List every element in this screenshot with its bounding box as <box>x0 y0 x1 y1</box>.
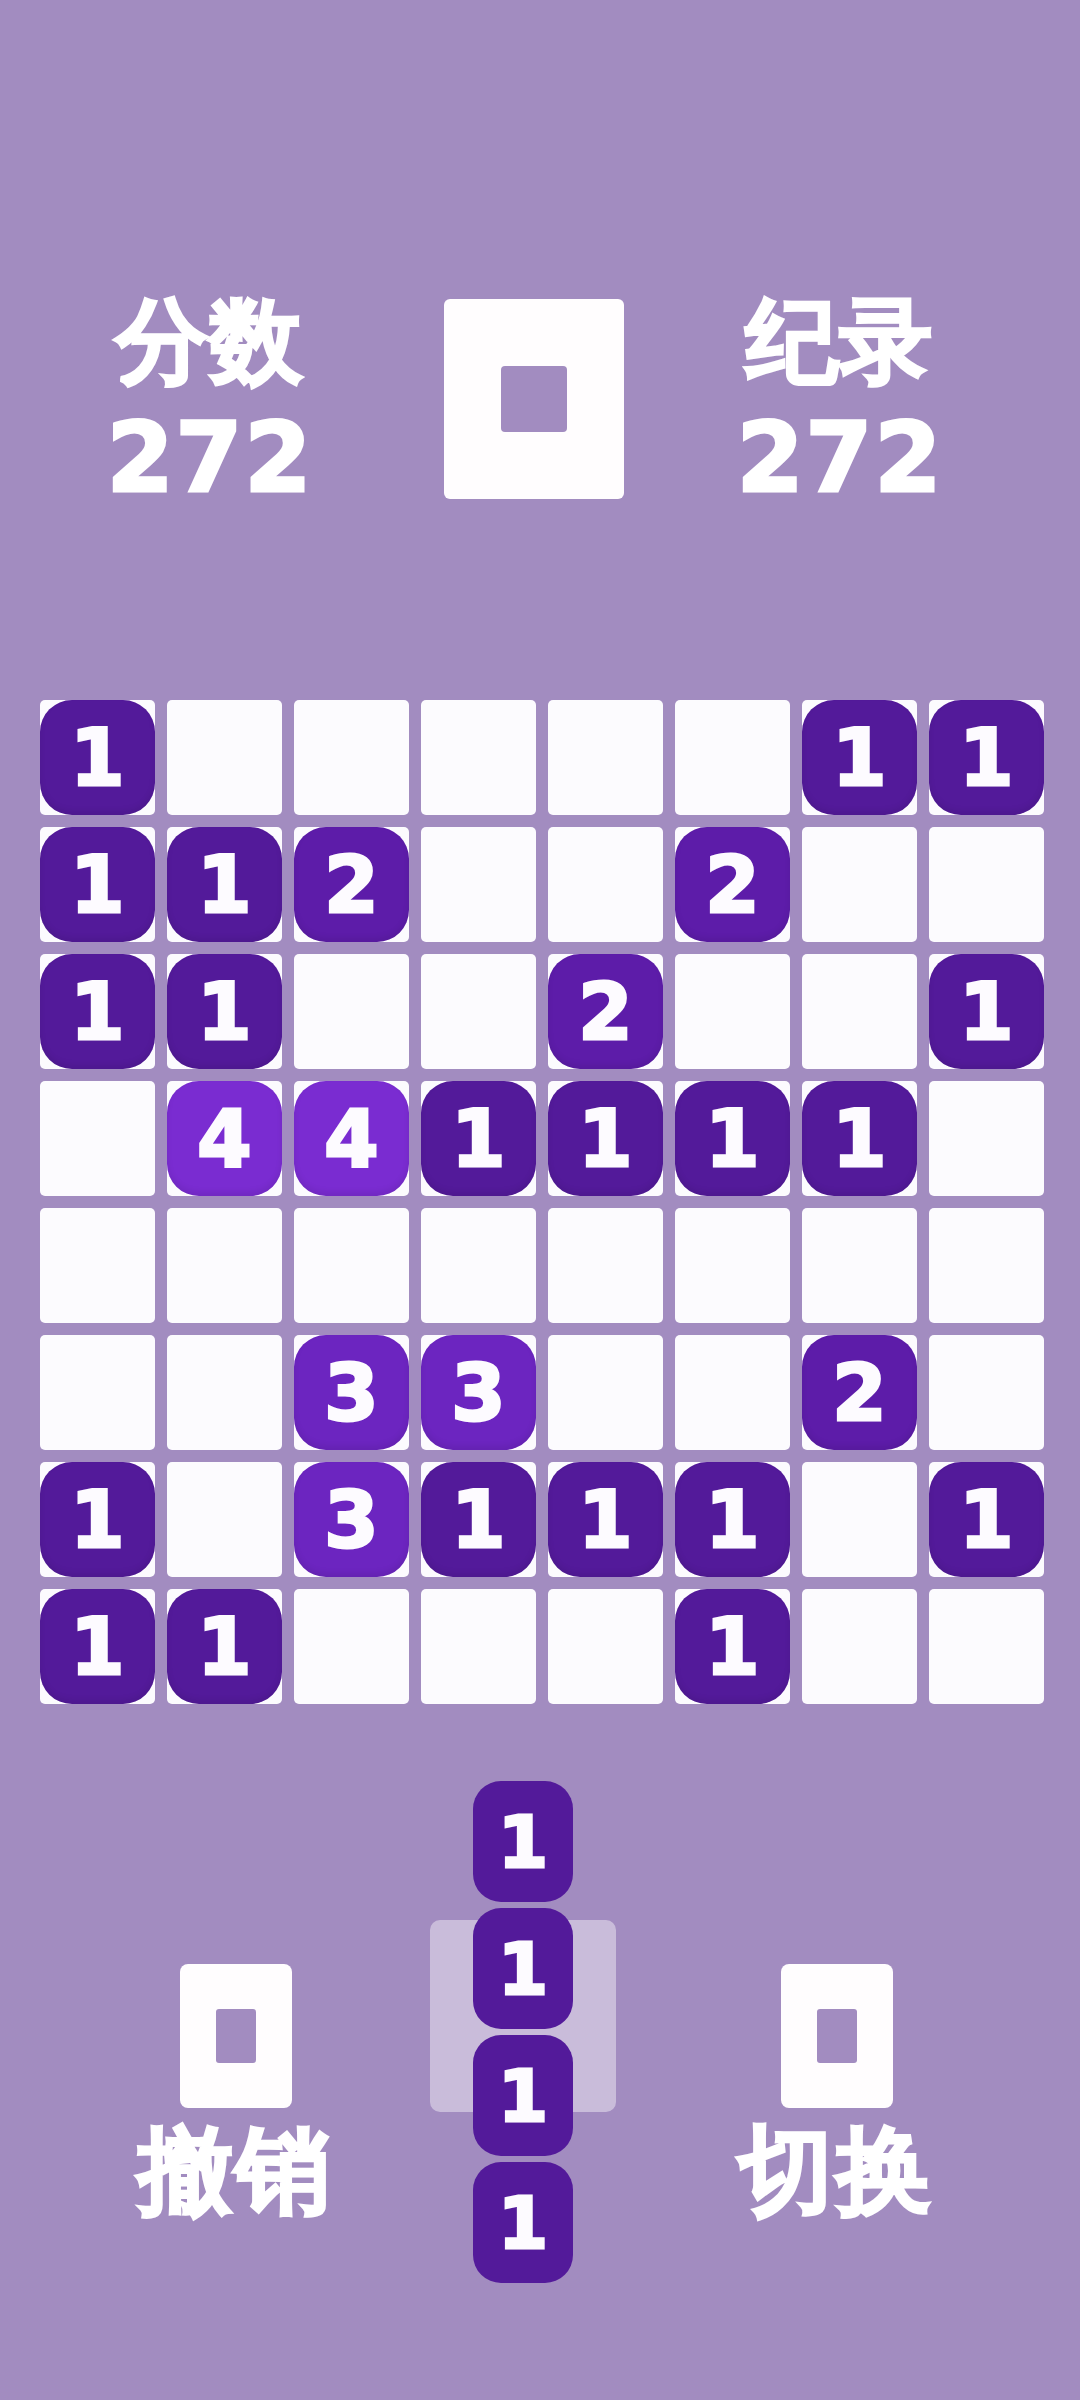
grid-cell[interactable] <box>675 1208 790 1323</box>
grid-cell[interactable] <box>421 1208 536 1323</box>
grid-cell[interactable]: 1 <box>929 700 1044 815</box>
piece-tile-1[interactable]: 1 <box>473 2035 573 2156</box>
tile-1[interactable]: 1 <box>40 700 155 815</box>
undo-icon[interactable] <box>180 1964 292 2108</box>
grid-cell[interactable]: 4 <box>167 1081 282 1196</box>
grid-cell[interactable]: 2 <box>548 954 663 1069</box>
tile-1[interactable]: 1 <box>40 827 155 942</box>
tile-1[interactable]: 1 <box>167 1589 282 1704</box>
grid-cell[interactable]: 3 <box>294 1335 409 1450</box>
tile-3[interactable]: 3 <box>294 1335 409 1450</box>
grid-cell[interactable]: 1 <box>40 1462 155 1577</box>
tile-1[interactable]: 1 <box>675 1081 790 1196</box>
grid-cell[interactable] <box>929 1589 1044 1704</box>
tile-1[interactable]: 1 <box>802 1081 917 1196</box>
tile-1[interactable]: 1 <box>548 1081 663 1196</box>
tile-3[interactable]: 3 <box>294 1462 409 1577</box>
grid-cell[interactable] <box>929 1208 1044 1323</box>
tile-1[interactable]: 1 <box>40 1589 155 1704</box>
tile-2[interactable]: 2 <box>294 827 409 942</box>
grid-cell[interactable] <box>929 827 1044 942</box>
piece-tile-1[interactable]: 1 <box>473 1908 573 2029</box>
grid-cell[interactable]: 1 <box>421 1081 536 1196</box>
undo-icon-hole <box>216 2009 256 2063</box>
tile-4[interactable]: 4 <box>294 1081 409 1196</box>
grid-cell[interactable]: 4 <box>294 1081 409 1196</box>
grid-cell[interactable] <box>40 1335 155 1450</box>
grid-cell[interactable] <box>802 1589 917 1704</box>
grid-cell[interactable] <box>40 1208 155 1323</box>
record-value: 272 <box>680 406 1000 510</box>
grid-cell[interactable] <box>548 700 663 815</box>
grid-cell[interactable] <box>675 954 790 1069</box>
grid-cell[interactable]: 1 <box>167 1589 282 1704</box>
app-logo-icon <box>444 299 624 499</box>
grid-cell[interactable] <box>802 827 917 942</box>
grid-cell[interactable]: 1 <box>675 1081 790 1196</box>
tile-3[interactable]: 3 <box>421 1335 536 1450</box>
app-logo-hole <box>501 366 567 432</box>
grid-cell[interactable] <box>675 1335 790 1450</box>
board: 11111221121441111332131111111 <box>40 700 1044 1704</box>
grid-cell[interactable] <box>548 1589 663 1704</box>
piece-tile-1[interactable]: 1 <box>473 2162 573 2283</box>
grid-cell[interactable]: 1 <box>548 1081 663 1196</box>
record-label: 纪录 <box>680 292 1000 392</box>
grid-cell[interactable] <box>294 954 409 1069</box>
grid-cell[interactable] <box>167 1208 282 1323</box>
grid-cell[interactable] <box>294 1589 409 1704</box>
tile-1[interactable]: 1 <box>802 700 917 815</box>
grid-cell[interactable] <box>802 954 917 1069</box>
grid-cell[interactable] <box>548 1208 663 1323</box>
grid-cell[interactable] <box>294 700 409 815</box>
grid-cell[interactable] <box>548 1335 663 1450</box>
tile-2[interactable]: 2 <box>548 954 663 1069</box>
grid-cell[interactable] <box>167 1462 282 1577</box>
piece-tile-1[interactable]: 1 <box>473 1781 573 1902</box>
tile-1[interactable]: 1 <box>40 1462 155 1577</box>
grid-cell[interactable] <box>167 700 282 815</box>
tile-1[interactable]: 1 <box>167 954 282 1069</box>
tile-2[interactable]: 2 <box>675 827 790 942</box>
grid-cell[interactable] <box>929 1335 1044 1450</box>
grid-cell[interactable]: 1 <box>40 1589 155 1704</box>
switch-icon[interactable] <box>781 1964 893 2108</box>
grid-cell[interactable] <box>929 1081 1044 1196</box>
grid-cell[interactable] <box>421 954 536 1069</box>
grid-cell[interactable]: 1 <box>167 827 282 942</box>
score-label: 分数 <box>50 292 370 392</box>
grid-cell[interactable]: 1 <box>802 1081 917 1196</box>
grid-cell[interactable]: 1 <box>40 700 155 815</box>
grid-cell[interactable]: 1 <box>167 954 282 1069</box>
score-value: 272 <box>50 406 370 510</box>
tile-1[interactable]: 1 <box>929 700 1044 815</box>
tile-2[interactable]: 2 <box>802 1335 917 1450</box>
switch-icon-hole <box>817 2009 857 2063</box>
grid-cell[interactable]: 2 <box>675 827 790 942</box>
grid-cell[interactable]: 3 <box>421 1335 536 1450</box>
tile-1[interactable]: 1 <box>167 827 282 942</box>
grid-cell[interactable]: 1 <box>802 700 917 815</box>
next-piece[interactable]: 1111 <box>473 1781 573 2283</box>
grid-cell[interactable] <box>675 700 790 815</box>
grid-cell[interactable] <box>802 1462 917 1577</box>
tile-1[interactable]: 1 <box>421 1081 536 1196</box>
grid-cell[interactable] <box>40 1081 155 1196</box>
app-background: 分数 272 纪录 272 11111221121441111332131111… <box>0 0 1080 2400</box>
grid-cell[interactable]: 1 <box>929 954 1044 1069</box>
grid-cell[interactable]: 1 <box>40 827 155 942</box>
switch-label[interactable]: 切换 <box>677 2116 997 2226</box>
grid-cell[interactable]: 2 <box>802 1335 917 1450</box>
tile-1[interactable]: 1 <box>421 1462 536 1577</box>
grid-cell[interactable] <box>421 827 536 942</box>
tile-1[interactable]: 1 <box>675 1589 790 1704</box>
tile-1[interactable]: 1 <box>675 1462 790 1577</box>
grid-cell[interactable]: 1 <box>675 1462 790 1577</box>
grid-cell[interactable]: 3 <box>294 1462 409 1577</box>
tile-4[interactable]: 4 <box>167 1081 282 1196</box>
tile-1[interactable]: 1 <box>929 1462 1044 1577</box>
grid-cell[interactable] <box>548 827 663 942</box>
grid-cell[interactable]: 2 <box>294 827 409 942</box>
grid-cell[interactable]: 1 <box>929 1462 1044 1577</box>
grid-cell[interactable] <box>167 1335 282 1450</box>
grid-cell[interactable]: 1 <box>675 1589 790 1704</box>
tile-1[interactable]: 1 <box>548 1462 663 1577</box>
grid-cell[interactable] <box>802 1208 917 1323</box>
grid-cell[interactable] <box>294 1208 409 1323</box>
grid-cell[interactable]: 1 <box>40 954 155 1069</box>
tile-1[interactable]: 1 <box>929 954 1044 1069</box>
grid-cell[interactable] <box>421 1589 536 1704</box>
grid-cell[interactable]: 1 <box>421 1462 536 1577</box>
grid-cell[interactable]: 1 <box>548 1462 663 1577</box>
undo-label[interactable]: 撤销 <box>76 2116 396 2226</box>
tile-1[interactable]: 1 <box>40 954 155 1069</box>
grid-cell[interactable] <box>421 700 536 815</box>
